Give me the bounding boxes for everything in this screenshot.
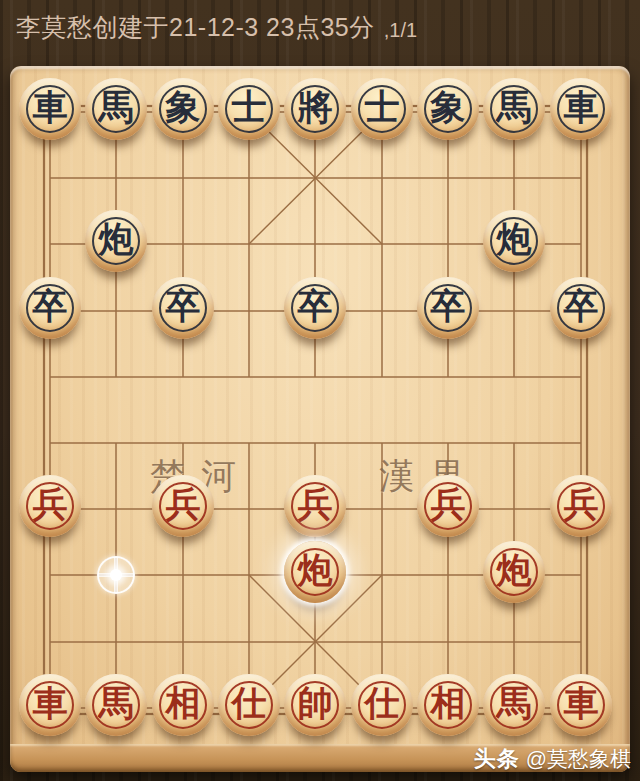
piece-character: 馬	[99, 673, 134, 735]
piece-black-soldier-f0r3[interactable]: 卒	[19, 277, 81, 339]
piece-black-soldier-f8r3[interactable]: 卒	[550, 277, 612, 339]
piece-red-cannon-f4r7[interactable]: 炮	[284, 541, 346, 603]
piece-character: 馬	[99, 77, 134, 139]
piece-black-elephant-f6r0[interactable]: 象	[417, 78, 479, 140]
piece-character: 兵	[564, 474, 599, 536]
piece-red-advisor-f5r9[interactable]: 仕	[351, 674, 413, 736]
piece-black-cannon-f1r2[interactable]: 炮	[85, 210, 147, 272]
watermark-handle: @莫愁象棋	[526, 747, 631, 770]
piece-character: 炮	[497, 540, 532, 602]
piece-character: 卒	[166, 276, 201, 338]
piece-red-horse-f7r9[interactable]: 馬	[483, 674, 545, 736]
piece-character: 象	[166, 77, 201, 139]
piece-red-soldier-f8r6[interactable]: 兵	[550, 475, 612, 537]
piece-character: 炮	[298, 540, 333, 602]
piece-black-cannon-f7r2[interactable]: 炮	[483, 210, 545, 272]
watermark: 头条@莫愁象棋	[474, 744, 631, 774]
piece-character: 炮	[99, 209, 134, 271]
piece-character: 兵	[431, 474, 466, 536]
piece-red-soldier-f4r6[interactable]: 兵	[284, 475, 346, 537]
piece-character: 將	[298, 77, 333, 139]
piece-character: 卒	[33, 276, 68, 338]
piece-red-elephant-f2r9[interactable]: 相	[152, 674, 214, 736]
piece-black-horse-f7r0[interactable]: 馬	[483, 78, 545, 140]
move-origin-marker	[97, 556, 135, 594]
piece-character: 仕	[232, 673, 267, 735]
piece-character: 相	[431, 673, 466, 735]
piece-character: 兵	[298, 474, 333, 536]
piece-black-advisor-f5r0[interactable]: 士	[351, 78, 413, 140]
piece-character: 帥	[298, 673, 333, 735]
piece-character: 士	[365, 77, 400, 139]
piece-character: 馬	[497, 673, 532, 735]
piece-character: 馬	[497, 77, 532, 139]
piece-black-elephant-f2r0[interactable]: 象	[152, 78, 214, 140]
piece-character: 士	[232, 77, 267, 139]
piece-black-horse-f1r0[interactable]: 馬	[85, 78, 147, 140]
piece-black-chariot-f0r0[interactable]: 車	[19, 78, 81, 140]
piece-character: 車	[33, 77, 68, 139]
pieces-layer: 車馬象士將士象馬車炮炮卒卒卒卒卒兵兵兵兵兵炮炮車馬相仕帥仕相馬車	[0, 0, 640, 781]
piece-red-chariot-f8r9[interactable]: 車	[550, 674, 612, 736]
piece-red-chariot-f0r9[interactable]: 車	[19, 674, 81, 736]
piece-character: 相	[166, 673, 201, 735]
piece-character: 車	[564, 673, 599, 735]
piece-character: 兵	[33, 474, 68, 536]
piece-character: 炮	[497, 209, 532, 271]
piece-red-advisor-f3r9[interactable]: 仕	[218, 674, 280, 736]
piece-character: 仕	[365, 673, 400, 735]
piece-black-soldier-f4r3[interactable]: 卒	[284, 277, 346, 339]
piece-character: 車	[33, 673, 68, 735]
piece-character: 卒	[298, 276, 333, 338]
piece-black-advisor-f3r0[interactable]: 士	[218, 78, 280, 140]
piece-black-soldier-f2r3[interactable]: 卒	[152, 277, 214, 339]
piece-red-cannon-f7r7[interactable]: 炮	[483, 541, 545, 603]
piece-character: 卒	[431, 276, 466, 338]
piece-black-soldier-f6r3[interactable]: 卒	[417, 277, 479, 339]
toutiao-logo-text: 头条	[474, 746, 520, 771]
piece-black-general-f4r0[interactable]: 將	[284, 78, 346, 140]
piece-black-chariot-f8r0[interactable]: 車	[550, 78, 612, 140]
piece-character: 象	[431, 77, 466, 139]
piece-character: 卒	[564, 276, 599, 338]
piece-red-soldier-f2r6[interactable]: 兵	[152, 475, 214, 537]
piece-red-soldier-f0r6[interactable]: 兵	[19, 475, 81, 537]
piece-character: 車	[564, 77, 599, 139]
piece-red-horse-f1r9[interactable]: 馬	[85, 674, 147, 736]
piece-character: 兵	[166, 474, 201, 536]
piece-red-elephant-f6r9[interactable]: 相	[417, 674, 479, 736]
piece-red-soldier-f6r6[interactable]: 兵	[417, 475, 479, 537]
piece-red-general-f4r9[interactable]: 帥	[284, 674, 346, 736]
app-screen: 李莫愁创建于21-12-3 23点35分,1/1	[0, 0, 640, 781]
